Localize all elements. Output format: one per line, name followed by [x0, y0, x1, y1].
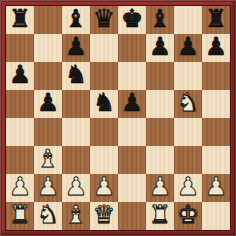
square-e2[interactable]	[118, 174, 146, 202]
square-e1[interactable]	[118, 202, 146, 230]
square-b3[interactable]: ♝	[34, 146, 62, 174]
square-e3[interactable]	[118, 146, 146, 174]
square-f1[interactable]: ♜	[146, 202, 174, 230]
white-bishop-b3[interactable]: ♝	[37, 146, 59, 173]
square-a8[interactable]: ♜	[6, 6, 34, 34]
black-queen-d8[interactable]: ♛	[93, 6, 115, 33]
square-c7[interactable]: ♟	[62, 34, 90, 62]
square-c3[interactable]	[62, 146, 90, 174]
white-pawn-f2[interactable]: ♟	[149, 174, 171, 201]
black-pawn-g7[interactable]: ♟	[177, 34, 199, 61]
black-rook-h8[interactable]: ♜	[205, 6, 227, 33]
square-d5[interactable]: ♞	[90, 90, 118, 118]
square-f7[interactable]: ♟	[146, 34, 174, 62]
square-b7[interactable]	[34, 34, 62, 62]
square-b4[interactable]	[34, 118, 62, 146]
square-g7[interactable]: ♟	[174, 34, 202, 62]
square-d3[interactable]	[90, 146, 118, 174]
square-c8[interactable]: ♝	[62, 6, 90, 34]
square-e5[interactable]: ♟	[118, 90, 146, 118]
black-bishop-c8[interactable]: ♝	[65, 6, 87, 33]
white-pawn-a2[interactable]: ♟	[9, 174, 31, 201]
white-knight-b1[interactable]: ♞	[37, 202, 59, 229]
square-h8[interactable]: ♜	[202, 6, 230, 34]
square-a7[interactable]	[6, 34, 34, 62]
square-h2[interactable]: ♟	[202, 174, 230, 202]
white-pawn-c2[interactable]: ♟	[65, 174, 87, 201]
square-h5[interactable]	[202, 90, 230, 118]
square-a2[interactable]: ♟	[6, 174, 34, 202]
square-g2[interactable]: ♟	[174, 174, 202, 202]
white-queen-d1[interactable]: ♛	[93, 202, 115, 229]
black-pawn-a6[interactable]: ♟	[9, 62, 31, 89]
square-f8[interactable]: ♝	[146, 6, 174, 34]
black-pawn-e5[interactable]: ♟	[121, 90, 143, 117]
white-rook-a1[interactable]: ♜	[9, 202, 31, 229]
square-e4[interactable]	[118, 118, 146, 146]
white-pawn-g2[interactable]: ♟	[177, 174, 199, 201]
black-knight-d5[interactable]: ♞	[93, 90, 115, 117]
square-a6[interactable]: ♟	[6, 62, 34, 90]
black-knight-c6[interactable]: ♞	[65, 62, 87, 89]
chess-board-frame: ♜♝♛♚♝♜♟♟♟♟♟♞♟♞♟♞♝♟♟♟♟♟♟♟♜♞♝♛♜♚	[0, 0, 236, 236]
square-g1[interactable]: ♚	[174, 202, 202, 230]
square-g8[interactable]	[174, 6, 202, 34]
black-pawn-c7[interactable]: ♟	[65, 34, 87, 61]
square-e6[interactable]	[118, 62, 146, 90]
square-c1[interactable]: ♝	[62, 202, 90, 230]
white-king-g1[interactable]: ♚	[177, 202, 199, 229]
black-rook-a8[interactable]: ♜	[9, 6, 31, 33]
square-g4[interactable]	[174, 118, 202, 146]
square-g5[interactable]: ♞	[174, 90, 202, 118]
square-d7[interactable]	[90, 34, 118, 62]
square-c4[interactable]	[62, 118, 90, 146]
square-h4[interactable]	[202, 118, 230, 146]
white-bishop-c1[interactable]: ♝	[65, 202, 87, 229]
square-a1[interactable]: ♜	[6, 202, 34, 230]
white-knight-g5[interactable]: ♞	[177, 90, 199, 117]
square-h6[interactable]	[202, 62, 230, 90]
square-c2[interactable]: ♟	[62, 174, 90, 202]
square-b2[interactable]: ♟	[34, 174, 62, 202]
square-d4[interactable]	[90, 118, 118, 146]
square-f2[interactable]: ♟	[146, 174, 174, 202]
square-d1[interactable]: ♛	[90, 202, 118, 230]
square-f6[interactable]	[146, 62, 174, 90]
square-b8[interactable]	[34, 6, 62, 34]
square-b6[interactable]	[34, 62, 62, 90]
black-pawn-b5[interactable]: ♟	[37, 90, 59, 117]
square-e7[interactable]	[118, 34, 146, 62]
white-pawn-b2[interactable]: ♟	[37, 174, 59, 201]
square-a5[interactable]	[6, 90, 34, 118]
square-c6[interactable]: ♞	[62, 62, 90, 90]
black-pawn-h7[interactable]: ♟	[205, 34, 227, 61]
square-h3[interactable]	[202, 146, 230, 174]
chess-board: ♜♝♛♚♝♜♟♟♟♟♟♞♟♞♟♞♝♟♟♟♟♟♟♟♜♞♝♛♜♚	[5, 5, 231, 231]
square-b1[interactable]: ♞	[34, 202, 62, 230]
square-g6[interactable]	[174, 62, 202, 90]
square-b5[interactable]: ♟	[34, 90, 62, 118]
square-f4[interactable]	[146, 118, 174, 146]
square-h7[interactable]: ♟	[202, 34, 230, 62]
square-d8[interactable]: ♛	[90, 6, 118, 34]
black-pawn-f7[interactable]: ♟	[149, 34, 171, 61]
square-d6[interactable]	[90, 62, 118, 90]
white-pawn-d2[interactable]: ♟	[93, 174, 115, 201]
square-e8[interactable]: ♚	[118, 6, 146, 34]
square-f3[interactable]	[146, 146, 174, 174]
square-d2[interactable]: ♟	[90, 174, 118, 202]
white-rook-f1[interactable]: ♜	[149, 202, 171, 229]
square-f5[interactable]	[146, 90, 174, 118]
white-pawn-h2[interactable]: ♟	[205, 174, 227, 201]
black-bishop-f8[interactable]: ♝	[149, 6, 171, 33]
square-h1[interactable]	[202, 202, 230, 230]
black-king-e8[interactable]: ♚	[121, 6, 143, 33]
square-c5[interactable]	[62, 90, 90, 118]
square-a3[interactable]	[6, 146, 34, 174]
square-a4[interactable]	[6, 118, 34, 146]
square-g3[interactable]	[174, 146, 202, 174]
